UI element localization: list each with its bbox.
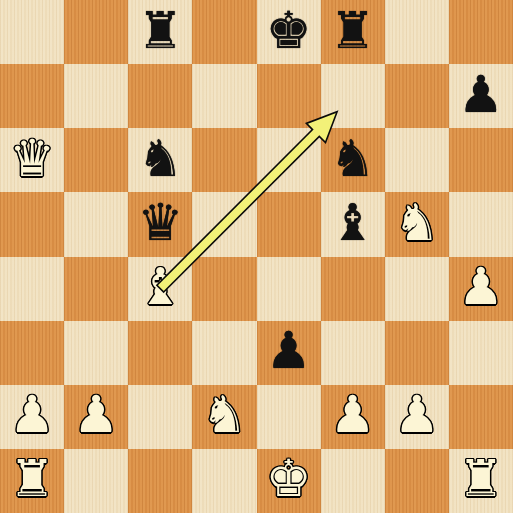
- square-a1[interactable]: ♜: [0, 449, 64, 513]
- square-g1[interactable]: [385, 449, 449, 513]
- board-grid: ♜♚♜♟♛♞♞♛♝♞♝♟♟♟♟♞♟♟♜♚♜: [0, 0, 513, 513]
- square-h7[interactable]: ♟: [449, 64, 513, 128]
- square-a3[interactable]: [0, 321, 64, 385]
- square-h3[interactable]: [449, 321, 513, 385]
- square-c8[interactable]: ♜: [128, 0, 192, 64]
- piece-white-knight[interactable]: ♞: [202, 389, 248, 440]
- square-c1[interactable]: [128, 449, 192, 513]
- square-c4[interactable]: ♝: [128, 257, 192, 321]
- square-a5[interactable]: [0, 192, 64, 256]
- square-e6[interactable]: [257, 128, 321, 192]
- square-f1[interactable]: [321, 449, 385, 513]
- piece-white-rook[interactable]: ♜: [458, 453, 504, 504]
- square-b6[interactable]: [64, 128, 128, 192]
- square-f7[interactable]: [321, 64, 385, 128]
- piece-white-rook[interactable]: ♜: [9, 453, 55, 504]
- piece-white-bishop[interactable]: ♝: [137, 261, 183, 312]
- square-d2[interactable]: ♞: [192, 385, 256, 449]
- piece-black-king[interactable]: ♚: [266, 5, 312, 56]
- square-h6[interactable]: [449, 128, 513, 192]
- piece-black-pawn[interactable]: ♟: [266, 325, 312, 376]
- square-f8[interactable]: ♜: [321, 0, 385, 64]
- square-a8[interactable]: [0, 0, 64, 64]
- square-b2[interactable]: ♟: [64, 385, 128, 449]
- square-a7[interactable]: [0, 64, 64, 128]
- chess-board: ♜♚♜♟♛♞♞♛♝♞♝♟♟♟♟♞♟♟♜♚♜: [0, 0, 513, 513]
- piece-black-queen[interactable]: ♛: [137, 197, 183, 248]
- square-d6[interactable]: [192, 128, 256, 192]
- piece-black-knight[interactable]: ♞: [330, 133, 376, 184]
- piece-white-king[interactable]: ♚: [266, 453, 312, 504]
- square-g3[interactable]: [385, 321, 449, 385]
- piece-white-pawn[interactable]: ♟: [394, 389, 440, 440]
- square-e3[interactable]: ♟: [257, 321, 321, 385]
- square-b7[interactable]: [64, 64, 128, 128]
- square-e1[interactable]: ♚: [257, 449, 321, 513]
- piece-white-queen[interactable]: ♛: [9, 133, 55, 184]
- square-c3[interactable]: [128, 321, 192, 385]
- piece-black-pawn[interactable]: ♟: [458, 69, 504, 120]
- square-g8[interactable]: [385, 0, 449, 64]
- square-g5[interactable]: ♞: [385, 192, 449, 256]
- square-e2[interactable]: [257, 385, 321, 449]
- square-h4[interactable]: ♟: [449, 257, 513, 321]
- square-b1[interactable]: [64, 449, 128, 513]
- piece-white-knight[interactable]: ♞: [394, 197, 440, 248]
- piece-white-pawn[interactable]: ♟: [73, 389, 119, 440]
- square-a6[interactable]: ♛: [0, 128, 64, 192]
- square-f3[interactable]: [321, 321, 385, 385]
- square-f2[interactable]: ♟: [321, 385, 385, 449]
- square-h2[interactable]: [449, 385, 513, 449]
- square-d4[interactable]: [192, 257, 256, 321]
- square-b3[interactable]: [64, 321, 128, 385]
- square-b8[interactable]: [64, 0, 128, 64]
- square-g2[interactable]: ♟: [385, 385, 449, 449]
- square-d3[interactable]: [192, 321, 256, 385]
- square-g7[interactable]: [385, 64, 449, 128]
- square-a2[interactable]: ♟: [0, 385, 64, 449]
- square-c6[interactable]: ♞: [128, 128, 192, 192]
- square-e5[interactable]: [257, 192, 321, 256]
- square-h8[interactable]: [449, 0, 513, 64]
- square-a4[interactable]: [0, 257, 64, 321]
- square-e8[interactable]: ♚: [257, 0, 321, 64]
- square-e7[interactable]: [257, 64, 321, 128]
- piece-black-rook[interactable]: ♜: [137, 5, 183, 56]
- piece-black-rook[interactable]: ♜: [330, 5, 376, 56]
- square-d8[interactable]: [192, 0, 256, 64]
- square-g4[interactable]: [385, 257, 449, 321]
- square-b5[interactable]: [64, 192, 128, 256]
- square-e4[interactable]: [257, 257, 321, 321]
- square-g6[interactable]: [385, 128, 449, 192]
- square-f6[interactable]: ♞: [321, 128, 385, 192]
- square-h5[interactable]: [449, 192, 513, 256]
- square-c5[interactable]: ♛: [128, 192, 192, 256]
- square-d5[interactable]: [192, 192, 256, 256]
- piece-white-pawn[interactable]: ♟: [330, 389, 376, 440]
- square-d7[interactable]: [192, 64, 256, 128]
- square-c2[interactable]: [128, 385, 192, 449]
- square-f4[interactable]: [321, 257, 385, 321]
- square-f5[interactable]: ♝: [321, 192, 385, 256]
- square-b4[interactable]: [64, 257, 128, 321]
- piece-white-pawn[interactable]: ♟: [9, 389, 55, 440]
- piece-black-bishop[interactable]: ♝: [330, 197, 376, 248]
- square-c7[interactable]: [128, 64, 192, 128]
- square-h1[interactable]: ♜: [449, 449, 513, 513]
- piece-black-knight[interactable]: ♞: [137, 133, 183, 184]
- square-d1[interactable]: [192, 449, 256, 513]
- piece-white-pawn[interactable]: ♟: [458, 261, 504, 312]
